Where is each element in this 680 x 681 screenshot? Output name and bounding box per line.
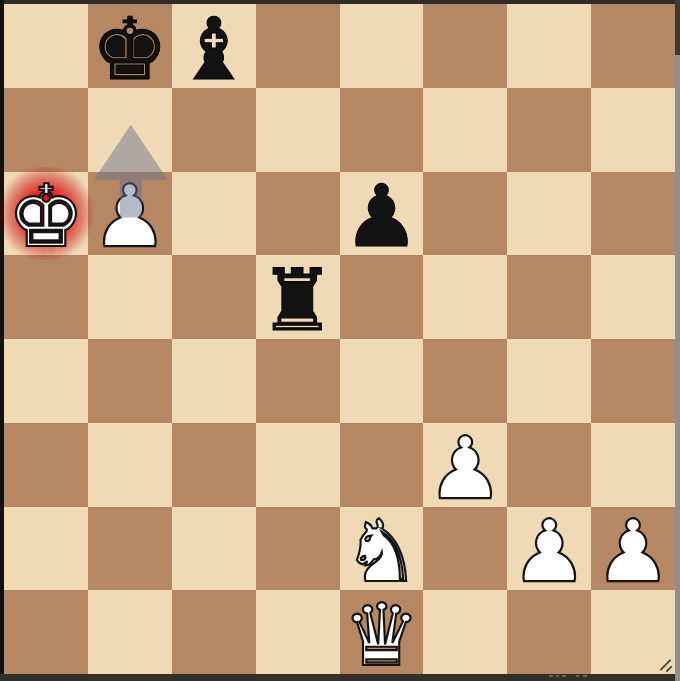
square-g6[interactable]: [507, 172, 591, 256]
square-a5[interactable]: [4, 255, 88, 339]
square-c2[interactable]: [172, 507, 256, 591]
square-b6[interactable]: ♟: [88, 172, 172, 256]
square-e3[interactable]: [340, 423, 424, 507]
square-c6[interactable]: [172, 172, 256, 256]
square-b1[interactable]: [88, 590, 172, 674]
square-c4[interactable]: [172, 339, 256, 423]
square-g3[interactable]: [507, 423, 591, 507]
square-c7[interactable]: [172, 88, 256, 172]
square-c3[interactable]: [172, 423, 256, 507]
square-a2[interactable]: [4, 507, 88, 591]
square-b3[interactable]: [88, 423, 172, 507]
square-d1[interactable]: [256, 590, 340, 674]
clipped-text-fragment: [562, 675, 566, 677]
square-f4[interactable]: [423, 339, 507, 423]
square-e8[interactable]: [340, 4, 424, 88]
square-g7[interactable]: [507, 88, 591, 172]
scrollbar-thumb[interactable]: [675, 55, 680, 681]
piece-black-bishop-c8[interactable]: ♝: [172, 7, 256, 91]
square-d8[interactable]: [256, 4, 340, 88]
piece-black-rook-d5[interactable]: ♜: [256, 258, 340, 342]
square-c1[interactable]: [172, 590, 256, 674]
square-f5[interactable]: [423, 255, 507, 339]
square-f6[interactable]: [423, 172, 507, 256]
piece-black-king-b8[interactable]: ♚: [88, 7, 172, 91]
square-g2[interactable]: ♟: [507, 507, 591, 591]
square-e1[interactable]: ♛: [340, 590, 424, 674]
piece-black-pawn-e6[interactable]: ♟: [340, 175, 424, 259]
square-d5[interactable]: ♜: [256, 255, 340, 339]
square-h3[interactable]: [591, 423, 675, 507]
square-a6[interactable]: ♚: [4, 172, 88, 256]
clipped-text-fragment: [576, 675, 579, 677]
square-b2[interactable]: [88, 507, 172, 591]
square-c8[interactable]: ♝: [172, 4, 256, 88]
square-h8[interactable]: [591, 4, 675, 88]
piece-white-pawn-b6[interactable]: ♟: [88, 175, 172, 259]
square-e2[interactable]: ♞: [340, 507, 424, 591]
resize-handle[interactable]: [656, 655, 676, 675]
square-b8[interactable]: ♚: [88, 4, 172, 88]
square-d2[interactable]: [256, 507, 340, 591]
scrollbar-track[interactable]: [675, 0, 680, 681]
square-g8[interactable]: [507, 4, 591, 88]
square-f3[interactable]: ♟: [423, 423, 507, 507]
square-f8[interactable]: [423, 4, 507, 88]
square-h4[interactable]: [591, 339, 675, 423]
piece-white-queen-e1[interactable]: ♛: [340, 593, 424, 677]
square-g1[interactable]: [507, 590, 591, 674]
square-d7[interactable]: [256, 88, 340, 172]
square-d6[interactable]: [256, 172, 340, 256]
square-b7[interactable]: [88, 88, 172, 172]
square-a7[interactable]: [4, 88, 88, 172]
square-d4[interactable]: [256, 339, 340, 423]
square-h2[interactable]: ♟: [591, 507, 675, 591]
square-e5[interactable]: [340, 255, 424, 339]
square-g4[interactable]: [507, 339, 591, 423]
resize-grip-line: [665, 665, 672, 672]
square-e7[interactable]: [340, 88, 424, 172]
square-f7[interactable]: [423, 88, 507, 172]
square-a4[interactable]: [4, 339, 88, 423]
square-h5[interactable]: [591, 255, 675, 339]
window-border-left: [0, 0, 4, 681]
square-f1[interactable]: [423, 590, 507, 674]
square-b4[interactable]: [88, 339, 172, 423]
piece-white-pawn-g2[interactable]: ♟: [507, 510, 591, 594]
square-a8[interactable]: [4, 4, 88, 88]
square-e4[interactable]: [340, 339, 424, 423]
square-d3[interactable]: [256, 423, 340, 507]
piece-white-king-a6[interactable]: ♚: [4, 175, 88, 259]
square-b5[interactable]: [88, 255, 172, 339]
clipped-text-fragment: [549, 675, 553, 677]
piece-white-pawn-f3[interactable]: ♟: [423, 426, 507, 510]
square-h6[interactable]: [591, 172, 675, 256]
piece-white-pawn-h2[interactable]: ♟: [591, 510, 675, 594]
chess-board: ♚♝♚♟♟♜♟♞♟♟♛: [4, 4, 675, 674]
square-a1[interactable]: [4, 590, 88, 674]
square-h7[interactable]: [591, 88, 675, 172]
square-c5[interactable]: [172, 255, 256, 339]
square-a3[interactable]: [4, 423, 88, 507]
clipped-text-fragment: [583, 675, 587, 677]
square-g5[interactable]: [507, 255, 591, 339]
clipped-text-fragment: [556, 675, 559, 677]
square-f2[interactable]: [423, 507, 507, 591]
square-e6[interactable]: ♟: [340, 172, 424, 256]
screenshot-root: ♚♝♚♟♟♜♟♞♟♟♛: [0, 0, 680, 681]
piece-white-knight-e2[interactable]: ♞: [340, 510, 424, 594]
